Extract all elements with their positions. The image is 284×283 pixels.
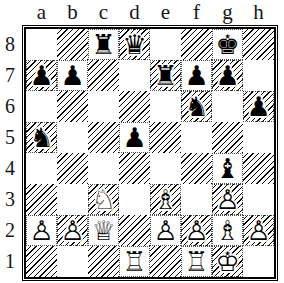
file-label-b: b	[57, 0, 88, 25]
chess-diagram: abcdefgh 87654321 ♜♛♚♟♟♜♟♟♞♟♞♟♝♞♘♝♗♟♙♟♙♟…	[0, 0, 284, 283]
square-f2[interactable]: ♟♙	[181, 215, 212, 246]
square-e2[interactable]: ♟♙	[150, 215, 181, 246]
square-e7[interactable]: ♜	[150, 60, 181, 91]
square-f4[interactable]	[181, 153, 212, 184]
piece-white-B-e3: ♗	[150, 184, 181, 215]
piece-black-b-g4: ♝	[212, 153, 243, 184]
square-a1[interactable]	[26, 246, 57, 277]
square-a8[interactable]	[26, 29, 57, 60]
square-e4[interactable]	[150, 153, 181, 184]
square-f7[interactable]: ♟	[181, 60, 212, 91]
square-f1[interactable]: ♜♖	[181, 246, 212, 277]
piece-white-R-d1: ♖	[119, 246, 150, 277]
piece-black-n-f6: ♞	[181, 91, 212, 122]
square-f5[interactable]	[181, 122, 212, 153]
rank-label-2: 2	[0, 215, 20, 246]
square-h6[interactable]: ♟	[243, 91, 274, 122]
piece-white-P-b2: ♙	[57, 215, 88, 246]
square-d8[interactable]: ♛	[119, 29, 150, 60]
square-g4[interactable]: ♝	[212, 153, 243, 184]
square-h8[interactable]	[243, 29, 274, 60]
square-f8[interactable]	[181, 29, 212, 60]
piece-black-p-h6: ♟	[243, 91, 274, 122]
piece-white-R-f1: ♖	[181, 246, 212, 277]
chess-board-frame: ♜♛♚♟♟♜♟♟♞♟♞♟♝♞♘♝♗♟♙♟♙♟♙♛♕♟♙♟♙♝♗♟♙♜♖♜♖♚♔	[22, 25, 278, 281]
square-c7[interactable]	[88, 60, 119, 91]
square-b7[interactable]: ♟	[57, 60, 88, 91]
square-d5[interactable]: ♟	[119, 122, 150, 153]
square-c5[interactable]	[88, 122, 119, 153]
square-b2[interactable]: ♟♙	[57, 215, 88, 246]
chess-board: ♜♛♚♟♟♜♟♟♞♟♞♟♝♞♘♝♗♟♙♟♙♟♙♛♕♟♙♟♙♝♗♟♙♜♖♜♖♚♔	[26, 29, 274, 277]
square-a4[interactable]	[26, 153, 57, 184]
square-g8[interactable]: ♚	[212, 29, 243, 60]
piece-black-r-e7: ♜	[150, 60, 181, 91]
square-a2[interactable]: ♟♙	[26, 215, 57, 246]
square-b3[interactable]	[57, 184, 88, 215]
file-label-f: f	[181, 0, 212, 25]
piece-black-r-c8: ♜	[88, 29, 119, 60]
piece-white-P-f2: ♙	[181, 215, 212, 246]
square-e5[interactable]	[150, 122, 181, 153]
square-c6[interactable]	[88, 91, 119, 122]
square-e1[interactable]	[150, 246, 181, 277]
square-e6[interactable]	[150, 91, 181, 122]
white-B-fill: ♝	[150, 184, 181, 215]
piece-white-P-h2: ♙	[243, 215, 274, 246]
white-R-fill: ♜	[181, 246, 212, 277]
square-a5[interactable]: ♞	[26, 122, 57, 153]
piece-white-P-a2: ♙	[26, 215, 57, 246]
piece-black-q-d8: ♛	[119, 29, 150, 60]
rank-label-4: 4	[0, 153, 20, 184]
white-P-fill: ♟	[243, 215, 274, 246]
white-P-fill: ♟	[57, 215, 88, 246]
square-c2[interactable]: ♛♕	[88, 215, 119, 246]
piece-white-K-g1: ♔	[212, 246, 243, 277]
square-f3[interactable]	[181, 184, 212, 215]
square-g7[interactable]: ♟	[212, 60, 243, 91]
rank-labels: 87654321	[0, 29, 20, 277]
white-R-fill: ♜	[119, 246, 150, 277]
piece-white-B-g2: ♗	[212, 215, 243, 246]
square-c4[interactable]	[88, 153, 119, 184]
square-d3[interactable]	[119, 184, 150, 215]
white-N-fill: ♞	[88, 184, 119, 215]
piece-black-k-g8: ♚	[212, 29, 243, 60]
square-b6[interactable]	[57, 91, 88, 122]
square-a6[interactable]	[26, 91, 57, 122]
square-a3[interactable]	[26, 184, 57, 215]
square-c8[interactable]: ♜	[88, 29, 119, 60]
square-g3[interactable]: ♟♙	[212, 184, 243, 215]
white-P-fill: ♟	[26, 215, 57, 246]
square-d2[interactable]	[119, 215, 150, 246]
white-P-fill: ♟	[181, 215, 212, 246]
piece-black-p-f7: ♟	[181, 60, 212, 91]
square-c1[interactable]	[88, 246, 119, 277]
rank-label-1: 1	[0, 246, 20, 277]
file-labels: abcdefgh	[26, 0, 274, 25]
square-g1[interactable]: ♚♔	[212, 246, 243, 277]
rank-label-3: 3	[0, 184, 20, 215]
white-K-fill: ♚	[212, 246, 243, 277]
square-h4[interactable]	[243, 153, 274, 184]
square-f6[interactable]: ♞	[181, 91, 212, 122]
piece-black-p-b7: ♟	[57, 60, 88, 91]
piece-white-N-c3: ♘	[88, 184, 119, 215]
file-label-a: a	[26, 0, 57, 25]
square-a7[interactable]: ♟	[26, 60, 57, 91]
square-h2[interactable]: ♟♙	[243, 215, 274, 246]
white-P-fill: ♟	[150, 215, 181, 246]
square-h7[interactable]	[243, 60, 274, 91]
rank-label-5: 5	[0, 122, 20, 153]
piece-white-P-e2: ♙	[150, 215, 181, 246]
file-label-d: d	[119, 0, 150, 25]
square-g5[interactable]	[212, 122, 243, 153]
square-d1[interactable]: ♜♖	[119, 246, 150, 277]
square-d7[interactable]	[119, 60, 150, 91]
rank-label-6: 6	[0, 91, 20, 122]
square-h5[interactable]	[243, 122, 274, 153]
file-label-h: h	[243, 0, 274, 25]
white-Q-fill: ♛	[88, 215, 119, 246]
white-B-fill: ♝	[212, 215, 243, 246]
piece-black-p-d5: ♟	[119, 122, 150, 153]
square-d4[interactable]	[119, 153, 150, 184]
square-e8[interactable]	[150, 29, 181, 60]
piece-black-p-a7: ♟	[26, 60, 57, 91]
rank-label-8: 8	[0, 29, 20, 60]
file-label-c: c	[88, 0, 119, 25]
file-label-e: e	[150, 0, 181, 25]
rank-label-7: 7	[0, 60, 20, 91]
square-h1[interactable]	[243, 246, 274, 277]
square-d6[interactable]	[119, 91, 150, 122]
square-g2[interactable]: ♝♗	[212, 215, 243, 246]
square-b4[interactable]	[57, 153, 88, 184]
piece-white-P-g3: ♙	[212, 184, 243, 215]
square-h3[interactable]	[243, 184, 274, 215]
chess-board-border: ♜♛♚♟♟♜♟♟♞♟♞♟♝♞♘♝♗♟♙♟♙♟♙♛♕♟♙♟♙♝♗♟♙♜♖♜♖♚♔	[24, 27, 276, 279]
white-P-fill: ♟	[212, 184, 243, 215]
piece-white-Q-c2: ♕	[88, 215, 119, 246]
file-label-g: g	[212, 0, 243, 25]
piece-black-p-g7: ♟	[212, 60, 243, 91]
square-b8[interactable]	[57, 29, 88, 60]
piece-black-n-a5: ♞	[26, 122, 57, 153]
square-b5[interactable]	[57, 122, 88, 153]
square-b1[interactable]	[57, 246, 88, 277]
square-g6[interactable]	[212, 91, 243, 122]
square-c3[interactable]: ♞♘	[88, 184, 119, 215]
square-e3[interactable]: ♝♗	[150, 184, 181, 215]
